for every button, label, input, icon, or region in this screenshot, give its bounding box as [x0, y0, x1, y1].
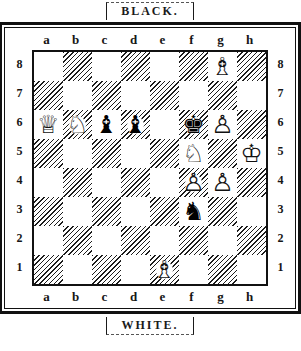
square-e2[interactable] [150, 226, 179, 255]
rank-label-3: 3 [268, 202, 293, 217]
square-e4[interactable] [150, 168, 179, 197]
square-b1[interactable] [63, 255, 92, 284]
square-g5[interactable] [208, 139, 237, 168]
piece-bN-f3[interactable]: ♞ [179, 197, 208, 226]
square-b7[interactable] [63, 81, 92, 110]
file-labels-bottom: abcdefgh [7, 286, 293, 307]
rank-labels-right: 87654321 [268, 50, 293, 286]
square-h1[interactable] [237, 255, 266, 284]
piece-wP-f4[interactable]: ♙ [179, 168, 208, 197]
file-label-g: g [206, 289, 235, 305]
square-c3[interactable] [92, 197, 121, 226]
rank-label-4: 4 [7, 173, 32, 188]
file-label-d: d [119, 32, 148, 48]
piece-wP-g4[interactable]: ♙ [208, 168, 237, 197]
square-g4[interactable]: ♙ [208, 168, 237, 197]
square-h6[interactable] [237, 110, 266, 139]
square-c7[interactable] [92, 81, 121, 110]
chess-board: ♗♕♘♝♝♚♙♘♔♙♙♞♗ [32, 50, 268, 286]
piece-wP-g6[interactable]: ♙ [208, 110, 237, 139]
square-d4[interactable] [121, 168, 150, 197]
piece-wB-e1[interactable]: ♗ [150, 255, 179, 284]
square-g3[interactable] [208, 197, 237, 226]
square-d3[interactable] [121, 197, 150, 226]
rank-label-3: 3 [7, 202, 32, 217]
chess-diagram-page: BLACK. abcdefgh 87654321 ♗♕♘♝♝♚♙♘♔♙♙♞♗ 8… [0, 0, 300, 351]
rank-label-5: 5 [268, 144, 293, 159]
square-e5[interactable] [150, 139, 179, 168]
file-label-c: c [90, 32, 119, 48]
square-c1[interactable] [92, 255, 121, 284]
square-h3[interactable] [237, 197, 266, 226]
file-label-a: a [32, 32, 61, 48]
square-h4[interactable] [237, 168, 266, 197]
square-e1[interactable]: ♗ [150, 255, 179, 284]
piece-bB-c6[interactable]: ♝ [92, 110, 121, 139]
square-b5[interactable] [63, 139, 92, 168]
file-label-e: e [148, 32, 177, 48]
square-f7[interactable] [179, 81, 208, 110]
rank-label-2: 2 [268, 231, 293, 246]
piece-wB-g8[interactable]: ♗ [208, 52, 237, 81]
file-label-f: f [177, 32, 206, 48]
square-a3[interactable] [34, 197, 63, 226]
piece-bK-f6[interactable]: ♚ [179, 110, 208, 139]
square-d1[interactable] [121, 255, 150, 284]
rank-label-1: 1 [268, 260, 293, 275]
square-d7[interactable] [121, 81, 150, 110]
square-f1[interactable] [179, 255, 208, 284]
square-h7[interactable] [237, 81, 266, 110]
square-a1[interactable] [34, 255, 63, 284]
square-d8[interactable] [121, 52, 150, 81]
square-f8[interactable] [179, 52, 208, 81]
square-f2[interactable] [179, 226, 208, 255]
square-c5[interactable] [92, 139, 121, 168]
rank-label-6: 6 [268, 115, 293, 130]
square-h8[interactable] [237, 52, 266, 81]
square-a2[interactable] [34, 226, 63, 255]
square-e6[interactable] [150, 110, 179, 139]
square-f4[interactable]: ♙ [179, 168, 208, 197]
board-frame: abcdefgh 87654321 ♗♕♘♝♝♚♙♘♔♙♙♞♗ 87654321… [0, 22, 301, 314]
file-label-b: b [61, 32, 90, 48]
black-side-label: BLACK. [106, 2, 194, 20]
square-g7[interactable] [208, 81, 237, 110]
square-f6[interactable]: ♚ [179, 110, 208, 139]
piece-wN-b6[interactable]: ♘ [63, 110, 92, 139]
piece-wQ-a6[interactable]: ♕ [34, 110, 63, 139]
square-g8[interactable]: ♗ [208, 52, 237, 81]
square-c4[interactable] [92, 168, 121, 197]
file-label-a: a [32, 289, 61, 305]
square-c8[interactable] [92, 52, 121, 81]
square-a8[interactable] [34, 52, 63, 81]
rank-label-4: 4 [268, 173, 293, 188]
square-b2[interactable] [63, 226, 92, 255]
square-e8[interactable] [150, 52, 179, 81]
square-f3[interactable]: ♞ [179, 197, 208, 226]
square-a4[interactable] [34, 168, 63, 197]
rank-label-5: 5 [7, 144, 32, 159]
file-label-f: f [177, 289, 206, 305]
file-label-d: d [119, 289, 148, 305]
square-g2[interactable] [208, 226, 237, 255]
piece-wN-f5[interactable]: ♘ [179, 139, 208, 168]
rank-label-1: 1 [7, 260, 32, 275]
piece-wK-h5[interactable]: ♔ [237, 139, 266, 168]
square-a7[interactable] [34, 81, 63, 110]
square-c6[interactable]: ♝ [92, 110, 121, 139]
rank-label-8: 8 [268, 57, 293, 72]
rank-label-7: 7 [268, 86, 293, 101]
square-a6[interactable]: ♕ [34, 110, 63, 139]
rank-label-7: 7 [7, 86, 32, 101]
square-b6[interactable]: ♘ [63, 110, 92, 139]
square-e3[interactable] [150, 197, 179, 226]
file-label-b: b [61, 289, 90, 305]
square-g6[interactable]: ♙ [208, 110, 237, 139]
file-label-e: e [148, 289, 177, 305]
file-label-c: c [90, 289, 119, 305]
file-label-h: h [235, 289, 264, 305]
square-h5[interactable]: ♔ [237, 139, 266, 168]
square-g1[interactable] [208, 255, 237, 284]
square-h2[interactable] [237, 226, 266, 255]
white-side-label: WHITE. [106, 317, 193, 335]
square-b3[interactable] [63, 197, 92, 226]
rank-label-6: 6 [7, 115, 32, 130]
file-labels-top: abcdefgh [7, 29, 293, 50]
rank-label-8: 8 [7, 57, 32, 72]
square-d2[interactable] [121, 226, 150, 255]
square-d6[interactable]: ♝ [121, 110, 150, 139]
rank-label-2: 2 [7, 231, 32, 246]
square-f5[interactable]: ♘ [179, 139, 208, 168]
square-b8[interactable] [63, 52, 92, 81]
square-b4[interactable] [63, 168, 92, 197]
file-label-g: g [206, 32, 235, 48]
rank-labels-left: 87654321 [7, 50, 32, 286]
square-e7[interactable] [150, 81, 179, 110]
square-c2[interactable] [92, 226, 121, 255]
board-inner-frame: abcdefgh 87654321 ♗♕♘♝♝♚♙♘♔♙♙♞♗ 87654321… [4, 27, 296, 309]
square-d5[interactable] [121, 139, 150, 168]
square-a5[interactable] [34, 139, 63, 168]
file-label-h: h [235, 32, 264, 48]
piece-bB-d6[interactable]: ♝ [121, 110, 150, 139]
